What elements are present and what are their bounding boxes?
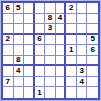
cell-r7c2[interactable]: 4: [14, 66, 25, 77]
cell-r7c4[interactable]: [35, 66, 46, 77]
cell-r1c6[interactable]: [56, 3, 67, 14]
cell-r7c7[interactable]: [66, 66, 77, 77]
cell-r6c3[interactable]: [24, 56, 35, 67]
cell-r9c4[interactable]: 1: [35, 87, 46, 98]
cell-r4c5[interactable]: [45, 35, 56, 46]
cell-r7c9[interactable]: [87, 66, 98, 77]
cell-r1c8[interactable]: [77, 3, 88, 14]
cell-r9c7[interactable]: [66, 87, 77, 98]
cell-r1c7[interactable]: 2: [66, 3, 77, 14]
cell-r3c7[interactable]: [66, 24, 77, 35]
cell-r7c6[interactable]: [56, 66, 67, 77]
cell-r4c3[interactable]: [24, 35, 35, 46]
cell-r6c7[interactable]: [66, 56, 77, 67]
cell-r2c4[interactable]: [35, 14, 46, 25]
cell-r6c8[interactable]: [77, 56, 88, 67]
cell-r4c1[interactable]: 2: [3, 35, 14, 46]
cell-r3c1[interactable]: [3, 24, 14, 35]
cell-r9c5[interactable]: [45, 87, 56, 98]
cell-r6c4[interactable]: [35, 56, 46, 67]
cell-r5c1[interactable]: [3, 45, 14, 56]
cell-r4c2[interactable]: [14, 35, 25, 46]
cell-r7c8[interactable]: 3: [77, 66, 88, 77]
cell-r1c5[interactable]: [45, 3, 56, 14]
cell-r4c7[interactable]: [66, 35, 77, 46]
cell-r7c5[interactable]: [45, 66, 56, 77]
cell-r2c8[interactable]: [77, 14, 88, 25]
cell-r1c3[interactable]: [24, 3, 35, 14]
cell-r3c8[interactable]: [77, 24, 88, 35]
cell-r5c7[interactable]: 1: [66, 45, 77, 56]
cell-r9c9[interactable]: [87, 87, 98, 98]
cell-r8c4[interactable]: [35, 77, 46, 88]
cell-r9c6[interactable]: [56, 87, 67, 98]
cell-r1c9[interactable]: [87, 3, 98, 14]
cell-r9c2[interactable]: [14, 87, 25, 98]
cell-r5c9[interactable]: 6: [87, 45, 98, 56]
cell-r1c4[interactable]: [35, 3, 46, 14]
cell-r5c3[interactable]: [24, 45, 35, 56]
cell-r7c1[interactable]: [3, 66, 14, 77]
cell-r3c5[interactable]: 3: [45, 24, 56, 35]
cell-r3c3[interactable]: [24, 24, 35, 35]
cell-r1c1[interactable]: 6: [3, 3, 14, 14]
cell-r9c1[interactable]: [3, 87, 14, 98]
cell-r8c1[interactable]: 7: [3, 77, 14, 88]
cell-r2c7[interactable]: [66, 14, 77, 25]
cell-r5c4[interactable]: [35, 45, 46, 56]
cell-r3c2[interactable]: [14, 24, 25, 35]
cell-r6c5[interactable]: [45, 56, 56, 67]
cell-r2c9[interactable]: [87, 14, 98, 25]
cell-r7c3[interactable]: [24, 66, 35, 77]
cell-r4c8[interactable]: [77, 35, 88, 46]
cell-r6c6[interactable]: [56, 56, 67, 67]
cell-r6c1[interactable]: [3, 56, 14, 67]
cell-r3c4[interactable]: [35, 24, 46, 35]
cell-r2c3[interactable]: [24, 14, 35, 25]
cell-r2c2[interactable]: [14, 14, 25, 25]
cell-r2c1[interactable]: [3, 14, 14, 25]
cell-r4c6[interactable]: [56, 35, 67, 46]
cell-r1c2[interactable]: 5: [14, 3, 25, 14]
cell-r8c2[interactable]: [14, 77, 25, 88]
cell-r5c5[interactable]: [45, 45, 56, 56]
cell-r8c6[interactable]: [56, 77, 67, 88]
cell-r3c9[interactable]: [87, 24, 98, 35]
cell-r9c8[interactable]: [77, 87, 88, 98]
cell-r8c9[interactable]: [87, 77, 98, 88]
cell-r8c3[interactable]: [24, 77, 35, 88]
cell-r8c7[interactable]: [66, 77, 77, 88]
cell-r8c5[interactable]: [45, 77, 56, 88]
cell-r9c3[interactable]: [24, 87, 35, 98]
cell-r8c8[interactable]: 4: [77, 77, 88, 88]
cell-r6c9[interactable]: [87, 56, 98, 67]
cell-r4c4[interactable]: 6: [35, 35, 46, 46]
cell-r4c9[interactable]: 5: [87, 35, 98, 46]
cell-r2c6[interactable]: 4: [56, 14, 67, 25]
cell-r6c2[interactable]: 8: [14, 56, 25, 67]
cell-r5c8[interactable]: [77, 45, 88, 56]
cell-r3c6[interactable]: [56, 24, 67, 35]
sudoku-board: 65284326516843741: [1, 1, 100, 100]
cell-r5c6[interactable]: [56, 45, 67, 56]
